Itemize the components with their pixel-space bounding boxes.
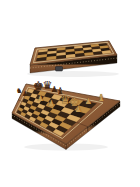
box-clasp-icon <box>56 67 63 72</box>
chess-boards-graphic <box>0 0 140 187</box>
product-photo-scene: ♞♟♚♛♟♝♟♟♛♚♟♟♝ <box>0 0 140 187</box>
